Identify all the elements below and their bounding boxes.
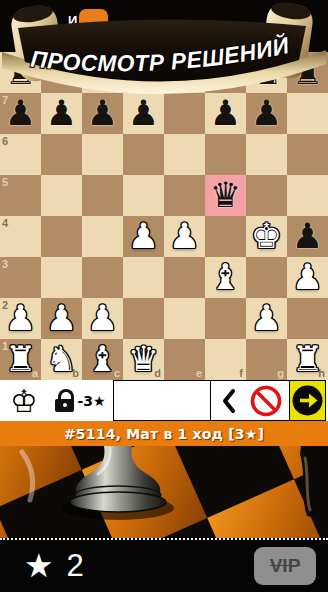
square-d5[interactable] bbox=[123, 175, 164, 216]
square-g5[interactable] bbox=[246, 175, 287, 216]
square-e6[interactable] bbox=[164, 134, 205, 175]
chess-board: 8♜♝♚♞♜7♟♟♟♟♟♟65♛4♟♟♚♟3♝♟2♟♟♟♟1a♜b♞c♝d♛ef… bbox=[0, 52, 328, 380]
square-h7[interactable] bbox=[287, 93, 328, 134]
square-b8[interactable] bbox=[41, 52, 82, 93]
star-icon: ★ bbox=[24, 546, 54, 586]
square-f4[interactable] bbox=[205, 216, 246, 257]
square-g6[interactable] bbox=[246, 134, 287, 175]
white-piece-d1[interactable]: ♛ bbox=[123, 339, 164, 380]
square-a3[interactable]: 3 bbox=[0, 257, 41, 298]
square-f8[interactable] bbox=[205, 52, 246, 93]
back-button[interactable] bbox=[216, 383, 242, 419]
black-piece-g8[interactable]: ♞ bbox=[246, 52, 287, 93]
square-d8[interactable] bbox=[123, 52, 164, 93]
square-h3[interactable]: ♟ bbox=[287, 257, 328, 298]
square-g2[interactable]: ♟ bbox=[246, 298, 287, 339]
square-a6[interactable]: 6 bbox=[0, 134, 41, 175]
square-c4[interactable] bbox=[82, 216, 123, 257]
black-piece-d7[interactable]: ♟ bbox=[123, 93, 164, 134]
square-a1[interactable]: 1a♜ bbox=[0, 339, 41, 380]
vip-label: VIP bbox=[270, 555, 301, 577]
white-piece-h1[interactable]: ♜ bbox=[287, 339, 328, 380]
square-c5[interactable] bbox=[82, 175, 123, 216]
square-e3[interactable] bbox=[164, 257, 205, 298]
file-label: e bbox=[196, 368, 202, 379]
puzzle-bar: #5114, Мат в 1 ход [3★] bbox=[0, 421, 328, 446]
next-arrow-icon bbox=[290, 382, 325, 419]
square-e1[interactable]: e bbox=[164, 339, 205, 380]
nav-cell bbox=[210, 380, 290, 421]
black-piece-c8[interactable]: ♝ bbox=[82, 52, 123, 93]
footer-bar: ★ 2 VIP bbox=[0, 538, 328, 592]
white-piece-b1[interactable]: ♞ bbox=[41, 339, 82, 380]
square-d2[interactable] bbox=[123, 298, 164, 339]
square-c2[interactable]: ♟ bbox=[82, 298, 123, 339]
square-h5[interactable] bbox=[287, 175, 328, 216]
square-a7[interactable]: 7♟ bbox=[0, 93, 41, 134]
square-b5[interactable] bbox=[41, 175, 82, 216]
white-king-icon: ♔ bbox=[10, 382, 38, 420]
white-piece-e4[interactable]: ♟ bbox=[164, 216, 205, 257]
black-piece-a7[interactable]: ♟ bbox=[0, 93, 41, 134]
rank-label: 4 bbox=[2, 218, 8, 229]
black-piece-g7[interactable]: ♟ bbox=[246, 93, 287, 134]
square-b3[interactable] bbox=[41, 257, 82, 298]
square-g8[interactable]: ♞ bbox=[246, 52, 287, 93]
square-g1[interactable]: g bbox=[246, 339, 287, 380]
square-b6[interactable] bbox=[41, 134, 82, 175]
square-f3[interactable]: ♝ bbox=[205, 257, 246, 298]
square-h1[interactable]: h♜ bbox=[287, 339, 328, 380]
square-h8[interactable]: ♜ bbox=[287, 52, 328, 93]
square-d7[interactable]: ♟ bbox=[123, 93, 164, 134]
white-piece-b2[interactable]: ♟ bbox=[41, 298, 82, 339]
forbid-button[interactable] bbox=[248, 383, 284, 419]
square-b7[interactable]: ♟ bbox=[41, 93, 82, 134]
phone-screen: И 8♜♝♚♞♜7♟♟♟♟♟♟65♛4♟♟♚♟3♝♟2♟♟♟♟1a♜b♞c♝d♛… bbox=[0, 0, 328, 592]
square-e8[interactable]: ♚ bbox=[164, 52, 205, 93]
tab-label: И bbox=[68, 13, 77, 28]
black-piece-e8[interactable]: ♚ bbox=[164, 52, 205, 93]
white-piece-a1[interactable]: ♜ bbox=[0, 339, 41, 380]
square-e7[interactable] bbox=[164, 93, 205, 134]
square-f6[interactable] bbox=[205, 134, 246, 175]
toolbar: ♔ -3★ bbox=[0, 380, 328, 421]
white-piece-h3[interactable]: ♟ bbox=[287, 257, 328, 298]
promo-photo bbox=[0, 446, 328, 538]
square-a2[interactable]: 2♟ bbox=[0, 298, 41, 339]
black-piece-f7[interactable]: ♟ bbox=[205, 93, 246, 134]
next-button[interactable] bbox=[290, 381, 325, 420]
lock-button[interactable]: -3★ bbox=[47, 380, 114, 421]
black-piece-h4[interactable]: ♟ bbox=[287, 216, 328, 257]
square-d4[interactable]: ♟ bbox=[123, 216, 164, 257]
rank-label: 5 bbox=[2, 177, 8, 188]
square-d3[interactable] bbox=[123, 257, 164, 298]
square-g4[interactable]: ♚ bbox=[246, 216, 287, 257]
square-c6[interactable] bbox=[82, 134, 123, 175]
file-label: g bbox=[277, 368, 284, 379]
square-a5[interactable]: 5 bbox=[0, 175, 41, 216]
square-d1[interactable]: d♛ bbox=[123, 339, 164, 380]
vip-button[interactable]: VIP bbox=[254, 547, 316, 585]
white-piece-c1[interactable]: ♝ bbox=[82, 339, 123, 380]
square-a4[interactable]: 4 bbox=[0, 216, 41, 257]
square-e2[interactable] bbox=[164, 298, 205, 339]
lock-stars-label: -3★ bbox=[77, 393, 105, 409]
move-input-cell bbox=[113, 380, 211, 421]
lock-icon bbox=[55, 389, 74, 412]
square-h4[interactable]: ♟ bbox=[287, 216, 328, 257]
next-cell bbox=[289, 380, 326, 421]
king-button[interactable]: ♔ bbox=[0, 380, 48, 421]
square-c3[interactable] bbox=[82, 257, 123, 298]
top-strip: И bbox=[0, 0, 328, 52]
square-g7[interactable]: ♟ bbox=[246, 93, 287, 134]
black-piece-a8[interactable]: ♜ bbox=[0, 52, 41, 93]
white-piece-d4[interactable]: ♟ bbox=[123, 216, 164, 257]
square-g3[interactable] bbox=[246, 257, 287, 298]
rank-label: 6 bbox=[2, 136, 8, 147]
square-b4[interactable] bbox=[41, 216, 82, 257]
square-f7[interactable]: ♟ bbox=[205, 93, 246, 134]
black-piece-c7[interactable]: ♟ bbox=[82, 93, 123, 134]
square-d6[interactable] bbox=[123, 134, 164, 175]
rank-label: 3 bbox=[2, 259, 8, 270]
chevron-left-icon bbox=[220, 387, 238, 415]
white-piece-g4[interactable]: ♚ bbox=[246, 216, 287, 257]
file-label: f bbox=[239, 368, 243, 379]
square-b1[interactable]: b♞ bbox=[41, 339, 82, 380]
square-e4[interactable]: ♟ bbox=[164, 216, 205, 257]
square-f1[interactable]: f bbox=[205, 339, 246, 380]
square-c7[interactable]: ♟ bbox=[82, 93, 123, 134]
black-piece-f5[interactable]: ♛ bbox=[205, 175, 246, 216]
white-piece-f3[interactable]: ♝ bbox=[205, 257, 246, 298]
move-input[interactable] bbox=[114, 382, 210, 419]
square-h6[interactable] bbox=[287, 134, 328, 175]
white-piece-a2[interactable]: ♟ bbox=[0, 298, 41, 339]
square-f5[interactable]: ♛ bbox=[205, 175, 246, 216]
puzzle-text: #5114, Мат в 1 ход [3★] bbox=[64, 426, 264, 442]
square-e5[interactable] bbox=[164, 175, 205, 216]
stars-count: 2 bbox=[67, 548, 84, 584]
square-a8[interactable]: 8♜ bbox=[0, 52, 41, 93]
no-entry-icon bbox=[249, 384, 283, 418]
black-piece-b7[interactable]: ♟ bbox=[41, 93, 82, 134]
square-b2[interactable]: ♟ bbox=[41, 298, 82, 339]
square-f2[interactable] bbox=[205, 298, 246, 339]
solutions-tab[interactable] bbox=[79, 9, 108, 39]
square-c8[interactable]: ♝ bbox=[82, 52, 123, 93]
black-piece-h8[interactable]: ♜ bbox=[287, 52, 328, 93]
white-piece-g2[interactable]: ♟ bbox=[246, 298, 287, 339]
square-c1[interactable]: c♝ bbox=[82, 339, 123, 380]
square-h2[interactable] bbox=[287, 298, 328, 339]
white-piece-c2[interactable]: ♟ bbox=[82, 298, 123, 339]
